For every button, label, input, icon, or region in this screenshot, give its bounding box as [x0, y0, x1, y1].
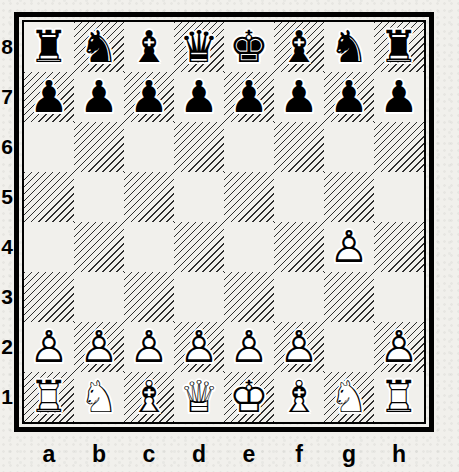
square-b6[interactable] — [74, 122, 124, 172]
piece-white-rook: ♖ — [374, 372, 424, 422]
square-d7[interactable]: ♟ — [174, 72, 224, 122]
piece-fill: ♝ — [274, 372, 324, 422]
square-g3[interactable] — [324, 272, 374, 322]
square-a5[interactable] — [24, 172, 74, 222]
piece-fill: ♟ — [274, 322, 324, 372]
piece-black-pawn: ♟ — [74, 72, 124, 122]
square-e4[interactable] — [224, 222, 274, 272]
square-f8[interactable]: ♝ — [274, 22, 324, 72]
square-h7[interactable]: ♟ — [374, 72, 424, 122]
piece-fill: ♟ — [374, 322, 424, 372]
rank-label-1: 1 — [0, 372, 14, 422]
piece-fill: ♟ — [74, 322, 124, 372]
square-a1[interactable]: ♜♖ — [24, 372, 74, 422]
piece-black-pawn: ♟ — [274, 72, 324, 122]
file-labels: abcdefgh — [24, 440, 424, 468]
square-b7[interactable]: ♟ — [74, 72, 124, 122]
square-b8[interactable]: ♞ — [74, 22, 124, 72]
square-f4[interactable] — [274, 222, 324, 272]
piece-black-pawn: ♟ — [24, 72, 74, 122]
square-g2[interactable] — [324, 322, 374, 372]
square-a3[interactable] — [24, 272, 74, 322]
piece-white-bishop: ♗ — [124, 372, 174, 422]
square-c3[interactable] — [124, 272, 174, 322]
board-border: ♜♞♝♛♚♝♞♜♟♟♟♟♟♟♟♟♟♙♟♙♟♙♟♙♟♙♟♙♟♙♟♙♜♖♞♘♝♗♛♕… — [14, 12, 434, 432]
square-h5[interactable] — [374, 172, 424, 222]
square-f3[interactable] — [274, 272, 324, 322]
piece-white-pawn: ♙ — [124, 322, 174, 372]
square-c5[interactable] — [124, 172, 174, 222]
square-a4[interactable] — [24, 222, 74, 272]
file-label-d: d — [174, 440, 224, 468]
square-c8[interactable]: ♝ — [124, 22, 174, 72]
square-h4[interactable] — [374, 222, 424, 272]
square-h1[interactable]: ♜♖ — [374, 372, 424, 422]
piece-white-rook: ♖ — [24, 372, 74, 422]
square-h8[interactable]: ♜ — [374, 22, 424, 72]
piece-black-king: ♚ — [224, 22, 274, 72]
square-h6[interactable] — [374, 122, 424, 172]
square-c7[interactable]: ♟ — [124, 72, 174, 122]
rank-label-5: 5 — [0, 172, 14, 222]
square-d4[interactable] — [174, 222, 224, 272]
piece-white-pawn: ♙ — [174, 322, 224, 372]
piece-fill: ♝ — [124, 372, 174, 422]
square-c2[interactable]: ♟♙ — [124, 322, 174, 372]
square-d3[interactable] — [174, 272, 224, 322]
square-g5[interactable] — [324, 172, 374, 222]
square-e2[interactable]: ♟♙ — [224, 322, 274, 372]
piece-black-queen: ♛ — [174, 22, 224, 72]
square-e5[interactable] — [224, 172, 274, 222]
piece-white-pawn: ♙ — [274, 322, 324, 372]
file-label-a: a — [24, 440, 74, 468]
square-b4[interactable] — [74, 222, 124, 272]
square-b2[interactable]: ♟♙ — [74, 322, 124, 372]
piece-black-bishop: ♝ — [274, 22, 324, 72]
piece-black-pawn: ♟ — [374, 72, 424, 122]
square-d1[interactable]: ♛♕ — [174, 372, 224, 422]
square-a2[interactable]: ♟♙ — [24, 322, 74, 372]
square-d5[interactable] — [174, 172, 224, 222]
square-a7[interactable]: ♟ — [24, 72, 74, 122]
piece-fill: ♚ — [224, 372, 274, 422]
piece-black-rook: ♜ — [374, 22, 424, 72]
piece-white-knight: ♘ — [324, 372, 374, 422]
file-label-h: h — [374, 440, 424, 468]
piece-white-pawn: ♙ — [24, 322, 74, 372]
rank-label-4: 4 — [0, 222, 14, 272]
square-c4[interactable] — [124, 222, 174, 272]
piece-black-knight: ♞ — [324, 22, 374, 72]
square-c6[interactable] — [124, 122, 174, 172]
square-d2[interactable]: ♟♙ — [174, 322, 224, 372]
piece-black-pawn: ♟ — [174, 72, 224, 122]
square-h3[interactable] — [374, 272, 424, 322]
square-e6[interactable] — [224, 122, 274, 172]
piece-fill: ♟ — [324, 222, 374, 272]
square-e7[interactable]: ♟ — [224, 72, 274, 122]
chess-board: ♜♞♝♛♚♝♞♜♟♟♟♟♟♟♟♟♟♙♟♙♟♙♟♙♟♙♟♙♟♙♟♙♜♖♞♘♝♗♛♕… — [24, 22, 424, 422]
piece-white-knight: ♘ — [74, 372, 124, 422]
square-b5[interactable] — [74, 172, 124, 222]
square-g6[interactable] — [324, 122, 374, 172]
file-label-b: b — [74, 440, 124, 468]
rank-label-2: 2 — [0, 322, 14, 372]
piece-white-pawn: ♙ — [374, 322, 424, 372]
square-d6[interactable] — [174, 122, 224, 172]
square-g7[interactable]: ♟ — [324, 72, 374, 122]
board-inner-border: ♜♞♝♛♚♝♞♜♟♟♟♟♟♟♟♟♟♙♟♙♟♙♟♙♟♙♟♙♟♙♟♙♜♖♞♘♝♗♛♕… — [22, 20, 426, 424]
square-e1[interactable]: ♚♔ — [224, 372, 274, 422]
rank-label-7: 7 — [0, 72, 14, 122]
square-g8[interactable]: ♞ — [324, 22, 374, 72]
piece-fill: ♟ — [24, 322, 74, 372]
piece-black-knight: ♞ — [74, 22, 124, 72]
square-b3[interactable] — [74, 272, 124, 322]
piece-fill: ♟ — [224, 322, 274, 372]
piece-fill: ♟ — [174, 322, 224, 372]
square-d8[interactable]: ♛ — [174, 22, 224, 72]
file-label-c: c — [124, 440, 174, 468]
square-g4[interactable]: ♟♙ — [324, 222, 374, 272]
piece-black-rook: ♜ — [24, 22, 74, 72]
square-a6[interactable] — [24, 122, 74, 172]
square-f1[interactable]: ♝♗ — [274, 372, 324, 422]
square-b1[interactable]: ♞♘ — [74, 372, 124, 422]
piece-white-queen: ♕ — [174, 372, 224, 422]
file-label-f: f — [274, 440, 324, 468]
piece-white-pawn: ♙ — [224, 322, 274, 372]
rank-label-3: 3 — [0, 272, 14, 322]
rank-label-8: 8 — [0, 22, 14, 72]
file-label-e: e — [224, 440, 274, 468]
piece-fill: ♜ — [374, 372, 424, 422]
piece-white-pawn: ♙ — [324, 222, 374, 272]
piece-fill: ♞ — [74, 372, 124, 422]
piece-black-bishop: ♝ — [124, 22, 174, 72]
piece-white-bishop: ♗ — [274, 372, 324, 422]
piece-white-pawn: ♙ — [74, 322, 124, 372]
piece-black-pawn: ♟ — [224, 72, 274, 122]
square-e3[interactable] — [224, 272, 274, 322]
square-f7[interactable]: ♟ — [274, 72, 324, 122]
rank-labels: 87654321 — [0, 22, 14, 422]
chess-diagram: 87654321 ♜♞♝♛♚♝♞♜♟♟♟♟♟♟♟♟♟♙♟♙♟♙♟♙♟♙♟♙♟♙♟… — [0, 0, 459, 472]
square-c1[interactable]: ♝♗ — [124, 372, 174, 422]
piece-fill: ♜ — [24, 372, 74, 422]
piece-fill: ♞ — [324, 372, 374, 422]
piece-black-pawn: ♟ — [124, 72, 174, 122]
square-f2[interactable]: ♟♙ — [274, 322, 324, 372]
piece-fill: ♟ — [124, 322, 174, 372]
rank-label-6: 6 — [0, 122, 14, 172]
piece-white-king: ♔ — [224, 372, 274, 422]
square-h2[interactable]: ♟♙ — [374, 322, 424, 372]
square-e8[interactable]: ♚ — [224, 22, 274, 72]
piece-black-pawn: ♟ — [324, 72, 374, 122]
square-f6[interactable] — [274, 122, 324, 172]
square-a8[interactable]: ♜ — [24, 22, 74, 72]
piece-fill: ♛ — [174, 372, 224, 422]
file-label-g: g — [324, 440, 374, 468]
square-f5[interactable] — [274, 172, 324, 222]
square-g1[interactable]: ♞♘ — [324, 372, 374, 422]
